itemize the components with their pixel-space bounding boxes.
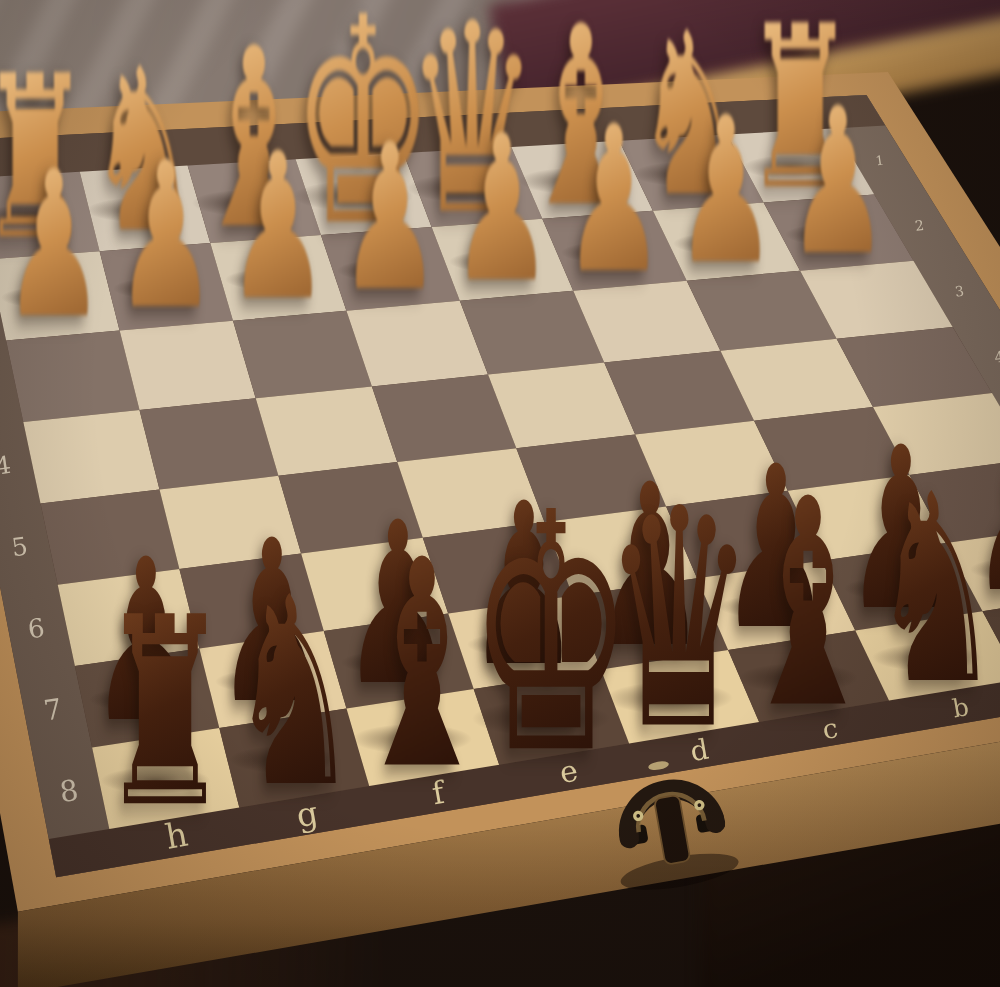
- chess-board: hgfedcba456781234: [0, 0, 1000, 987]
- square-f4: [256, 386, 398, 475]
- chess-box: hgfedcba456781234 ♜♞♝♚♛♝♞♜♟♟♟♟♟♟♟♟♟♟♟♟♟♟…: [0, 0, 1000, 987]
- square-g1: [80, 166, 211, 252]
- square-g2: [100, 243, 233, 331]
- square-g3: [120, 321, 256, 410]
- square-h4: [23, 410, 159, 503]
- square-h5: [41, 490, 180, 585]
- square-h3: [6, 331, 139, 422]
- square-f5: [278, 462, 422, 553]
- square-h2: [0, 251, 120, 340]
- square-g5: [160, 476, 302, 569]
- photo-stage: hgfedcba456781234 ♜♞♝♚♛♝♞♜♟♟♟♟♟♟♟♟♟♟♟♟♟♟…: [0, 0, 1000, 987]
- square-h6: [58, 569, 200, 666]
- square-g4: [140, 398, 279, 489]
